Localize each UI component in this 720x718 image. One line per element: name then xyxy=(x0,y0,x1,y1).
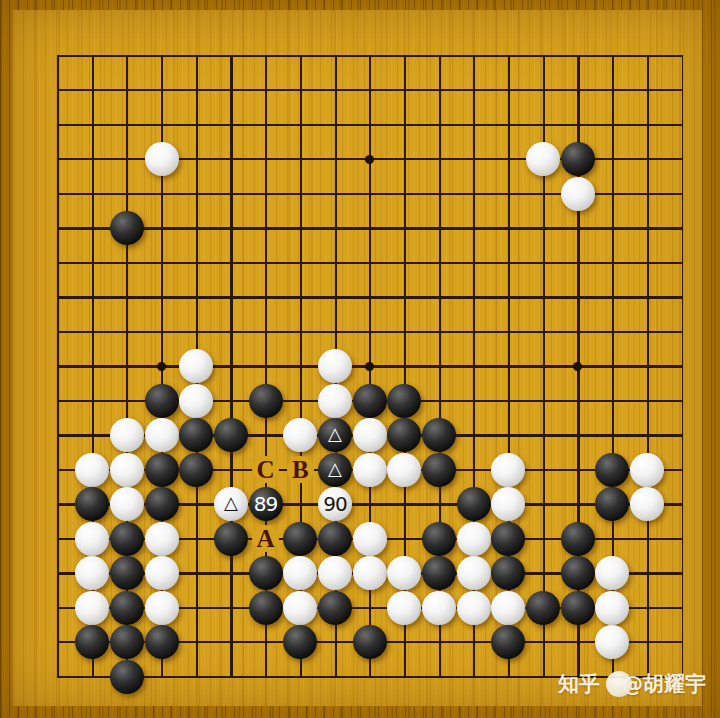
stone-black xyxy=(491,556,525,590)
stone-white xyxy=(630,487,664,521)
triangle-mark-icon: △ xyxy=(328,460,342,478)
triangle-mark-icon: △ xyxy=(328,425,342,443)
triangle-mark-icon: △ xyxy=(224,494,238,512)
board-grid: △△△8990CBA xyxy=(40,39,699,695)
stone-white xyxy=(387,556,421,590)
stone-black xyxy=(595,453,629,487)
stone-black xyxy=(353,384,387,418)
stone-white xyxy=(353,418,387,452)
stone-white xyxy=(145,418,179,452)
stone-white xyxy=(387,591,421,625)
stone-black xyxy=(110,522,144,556)
stone-white xyxy=(526,142,560,176)
stone-black xyxy=(179,453,213,487)
move-number-label: 90 xyxy=(323,494,346,514)
point-label-C: C xyxy=(252,456,279,483)
stone-white xyxy=(457,591,491,625)
star-point xyxy=(365,155,374,164)
stone-black xyxy=(145,625,179,659)
stone-white xyxy=(283,418,317,452)
stone-black xyxy=(561,142,595,176)
stone-black xyxy=(110,625,144,659)
stone-white xyxy=(145,591,179,625)
stone-black-numbered: 89 xyxy=(249,487,283,521)
stone-black xyxy=(110,556,144,590)
stone-black xyxy=(214,418,248,452)
stone-white xyxy=(110,418,144,452)
stone-white xyxy=(318,384,352,418)
stone-white xyxy=(387,453,421,487)
stone-black xyxy=(318,522,352,556)
watermark-site-label: 知乎 xyxy=(558,670,600,698)
stone-white xyxy=(422,591,456,625)
stone-black xyxy=(249,591,283,625)
stone-white xyxy=(75,522,109,556)
stone-white-numbered: 90 xyxy=(318,487,352,521)
stone-white xyxy=(353,556,387,590)
stone-black xyxy=(595,487,629,521)
stone-black xyxy=(75,487,109,521)
stone-white xyxy=(595,591,629,625)
stone-black xyxy=(491,522,525,556)
stone-black xyxy=(145,384,179,418)
stone-white xyxy=(491,453,525,487)
go-board: △△△8990CBA xyxy=(12,10,702,706)
stone-black xyxy=(387,418,421,452)
watermark-handle-label: @胡耀宇 xyxy=(622,670,706,698)
stone-black xyxy=(353,625,387,659)
stone-black xyxy=(110,211,144,245)
stone-black xyxy=(387,384,421,418)
watermark-avatar-icon xyxy=(606,671,632,697)
stone-white xyxy=(318,349,352,383)
watermark: 知乎 @胡耀宇 xyxy=(558,668,706,700)
stone-black xyxy=(457,487,491,521)
stone-white xyxy=(491,591,525,625)
stone-black xyxy=(422,453,456,487)
stone-black xyxy=(283,625,317,659)
stone-black xyxy=(561,556,595,590)
stone-black xyxy=(179,418,213,452)
star-point xyxy=(157,362,166,371)
stone-white xyxy=(561,177,595,211)
stone-black xyxy=(145,487,179,521)
stone-black xyxy=(422,556,456,590)
stone-black xyxy=(561,522,595,556)
stone-white xyxy=(145,556,179,590)
stone-white xyxy=(283,556,317,590)
point-label-B: B xyxy=(287,456,314,483)
stone-black xyxy=(561,591,595,625)
stone-white xyxy=(283,591,317,625)
stone-black-triangle: △ xyxy=(318,453,352,487)
star-point xyxy=(573,362,582,371)
stone-white xyxy=(630,453,664,487)
stone-black xyxy=(110,591,144,625)
stone-black xyxy=(526,591,560,625)
stone-white xyxy=(145,142,179,176)
stone-white-triangle: △ xyxy=(214,487,248,521)
stone-white xyxy=(110,453,144,487)
stone-white xyxy=(318,556,352,590)
stone-white xyxy=(457,522,491,556)
stone-black xyxy=(249,384,283,418)
stone-white xyxy=(595,625,629,659)
stone-white xyxy=(179,349,213,383)
stone-black xyxy=(145,453,179,487)
stone-black xyxy=(422,522,456,556)
stone-white xyxy=(145,522,179,556)
stone-white xyxy=(110,487,144,521)
stone-white xyxy=(75,453,109,487)
point-label-A: A xyxy=(252,525,279,552)
stone-white xyxy=(595,556,629,590)
stone-black xyxy=(318,591,352,625)
stone-white xyxy=(353,453,387,487)
stone-white xyxy=(457,556,491,590)
stone-black xyxy=(214,522,248,556)
stone-white xyxy=(75,591,109,625)
stone-black xyxy=(110,660,144,694)
stone-white xyxy=(353,522,387,556)
stone-black-triangle: △ xyxy=(318,418,352,452)
stone-black xyxy=(75,625,109,659)
stone-black xyxy=(283,522,317,556)
stone-black xyxy=(422,418,456,452)
go-diagram: △△△8990CBA 知乎 @胡耀宇 xyxy=(0,0,720,718)
stone-black xyxy=(249,556,283,590)
stone-white xyxy=(75,556,109,590)
stone-white xyxy=(179,384,213,418)
stone-black xyxy=(491,625,525,659)
move-number-label: 89 xyxy=(254,494,277,514)
star-point xyxy=(365,362,374,371)
stone-white xyxy=(491,487,525,521)
